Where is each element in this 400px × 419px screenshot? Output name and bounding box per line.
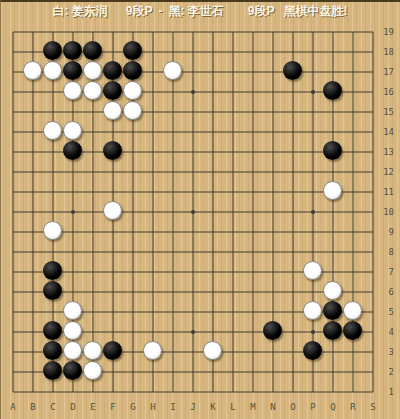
column-label: L [223,397,243,417]
row-label: 18 [376,42,397,62]
column-label: G [123,397,143,417]
row-label: 16 [376,82,397,102]
row-label: 8 [376,242,397,262]
column-label: P [303,397,323,417]
stone-black [343,321,362,340]
column-label: M [243,397,263,417]
column-label: A [3,397,23,417]
stone-black [123,61,142,80]
stone-black [103,341,122,360]
row-label: 4 [376,322,397,342]
game-result: 黑棋中盘胜! [284,3,348,20]
row-label: 3 [376,342,397,362]
stone-white [323,281,342,300]
stone-white [63,81,82,100]
column-label: D [63,397,83,417]
stone-black [103,141,122,160]
stone-white [303,261,322,280]
row-label: 10 [376,202,397,222]
row-label: 6 [376,282,397,302]
stone-white [43,221,62,240]
app-window: { "game": "go (weiqi), 19x19 board", "he… [0,0,400,419]
stone-black [303,341,322,360]
stone-white [103,201,122,220]
stone-white [143,341,162,360]
row-label: 17 [376,62,397,82]
stone-white [83,361,102,380]
stone-black [43,321,62,340]
row-label: 19 [376,22,397,42]
stone-white [123,101,142,120]
row-label: 13 [376,142,397,162]
black-player-rank: 9段P [248,3,275,20]
stone-white [323,181,342,200]
stone-white [163,61,182,80]
row-label: 11 [376,182,397,202]
white-player-label: 白: 姜东润 [52,3,107,20]
stone-white [83,81,102,100]
stone-white [83,61,102,80]
column-label: E [83,397,103,417]
stone-black [43,361,62,380]
game-header: 白: 姜东润 9段P - 黑: 李世石 9段P 黑棋中盘胜! [0,0,400,22]
column-label: J [183,397,203,417]
stone-black [323,301,342,320]
stone-black [123,41,142,60]
stone-white [63,121,82,140]
stone-black [103,81,122,100]
stone-white [23,61,42,80]
row-label: 12 [376,162,397,182]
column-label: H [143,397,163,417]
row-label: 9 [376,222,397,242]
column-label: I [163,397,183,417]
row-labels: 19181716151413121110987654321 [376,22,397,402]
goban[interactable] [3,22,383,402]
row-label: 14 [376,122,397,142]
stone-black [43,281,62,300]
column-label: Q [323,397,343,417]
stone-black [103,61,122,80]
column-label: N [263,397,283,417]
stone-black [263,321,282,340]
stone-white [43,61,62,80]
stone-black [63,41,82,60]
column-label: O [283,397,303,417]
stone-black [323,321,342,340]
column-label: R [343,397,363,417]
stone-black [43,41,62,60]
column-label: F [103,397,123,417]
white-player-rank: 9段P [126,3,153,20]
stone-black [63,361,82,380]
stone-black [323,141,342,160]
column-label: C [43,397,63,417]
stone-black [43,341,62,360]
stone-white [63,301,82,320]
stone-black [83,41,102,60]
stone-white [43,121,62,140]
column-label: B [23,397,43,417]
column-label: K [203,397,223,417]
stone-white [203,341,222,360]
stone-white [103,101,122,120]
stone-black [43,261,62,280]
stone-white [63,321,82,340]
stone-white [123,81,142,100]
stone-black [323,81,342,100]
stone-white [83,341,102,360]
stone-white [343,301,362,320]
stone-black [63,141,82,160]
row-label: 5 [376,302,397,322]
stone-white [63,341,82,360]
players-separator: - [159,4,163,18]
row-label: 2 [376,362,397,382]
row-label: 7 [376,262,397,282]
row-label: 1 [376,382,397,402]
column-labels: ABCDEFGHIJKLMNOPQRS [3,397,383,417]
row-label: 15 [376,102,397,122]
stone-black [63,61,82,80]
stone-black [283,61,302,80]
black-player-label: 黑: 李世石 [169,3,224,20]
stone-white [303,301,322,320]
